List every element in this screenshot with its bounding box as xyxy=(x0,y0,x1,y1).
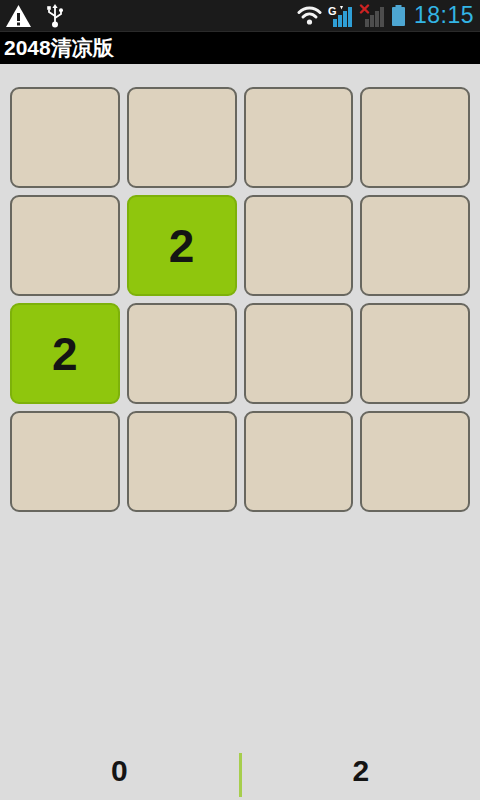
empty-cell xyxy=(244,87,354,188)
status-bar: G 18:15 xyxy=(0,0,480,32)
app-title: 2048清凉版 xyxy=(0,34,114,62)
empty-cell xyxy=(10,411,120,512)
usb-icon xyxy=(45,4,65,28)
signal-no-sim-icon xyxy=(359,4,386,27)
empty-cell xyxy=(360,411,470,512)
wifi-icon xyxy=(297,6,322,26)
empty-cell xyxy=(127,411,237,512)
tile-2: 2 xyxy=(10,303,120,404)
warning-icon xyxy=(6,5,31,27)
svg-text:G: G xyxy=(328,5,337,17)
score-right: 2 xyxy=(242,754,480,788)
status-bar-right: G 18:15 xyxy=(292,2,474,29)
empty-cell xyxy=(127,87,237,188)
signal-g-icon: G xyxy=(327,4,354,27)
clock: 18:15 xyxy=(414,2,474,29)
tile-2: 2 xyxy=(127,195,237,296)
title-bar: 2048清凉版 xyxy=(0,32,480,64)
status-bar-left xyxy=(6,4,79,28)
empty-cell xyxy=(10,195,120,296)
score-left: 0 xyxy=(0,754,239,788)
empty-cell xyxy=(244,195,354,296)
phone-screen: G 18:15 2048清凉版 22 xyxy=(0,0,480,800)
battery-icon xyxy=(391,4,406,27)
empty-cell xyxy=(360,303,470,404)
empty-cell xyxy=(360,87,470,188)
empty-cell xyxy=(244,303,354,404)
empty-cell xyxy=(244,411,354,512)
empty-cell xyxy=(127,303,237,404)
game-board[interactable]: 22 xyxy=(10,87,470,512)
empty-cell xyxy=(360,195,470,296)
score-bar: 0 2 xyxy=(0,742,480,800)
empty-cell xyxy=(10,87,120,188)
